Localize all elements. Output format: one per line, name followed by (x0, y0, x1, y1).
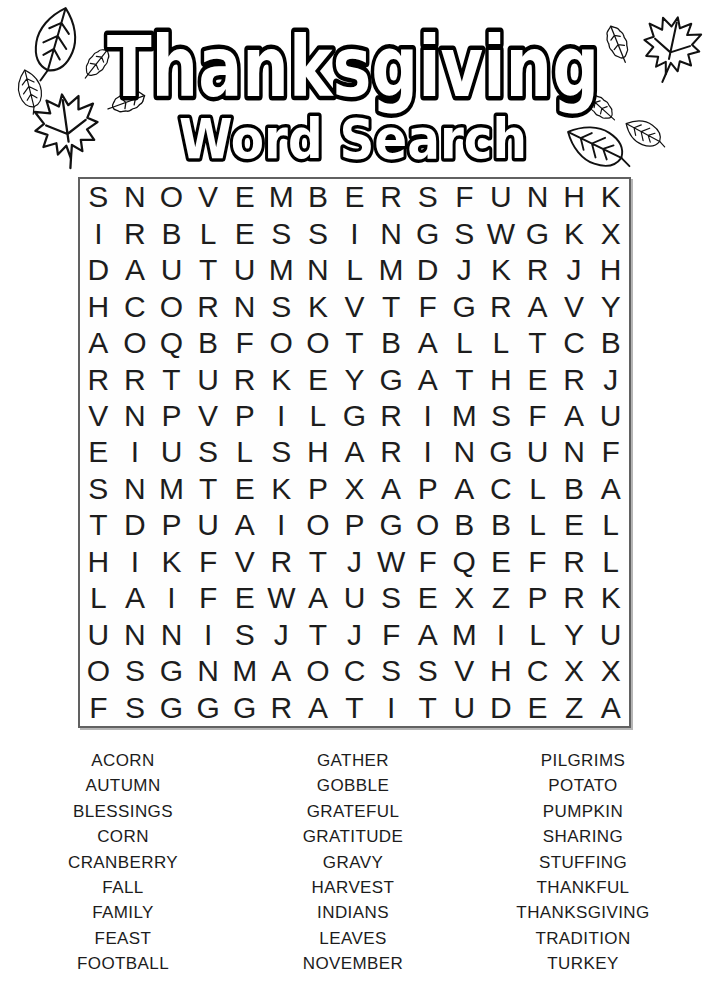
grid-cell-r6c12[interactable]: H (483, 361, 520, 397)
grid-cell-r2c14[interactable]: K (556, 215, 593, 251)
grid-cell-r3c11[interactable]: J (446, 252, 483, 288)
grid-cell-r14c1[interactable]: O (80, 653, 117, 689)
grid-cell-r7c10[interactable]: I (409, 398, 446, 434)
grid-cell-r5c7[interactable]: O (300, 325, 337, 361)
grid-cell-r6c5[interactable]: R (226, 361, 263, 397)
grid-cell-r9c14[interactable]: B (556, 471, 593, 507)
grid-cell-r1c6[interactable]: M (263, 179, 300, 215)
grid-cell-r13c2[interactable]: N (117, 617, 154, 653)
grid-cell-r1c4[interactable]: V (190, 179, 227, 215)
grid-cell-r13c10[interactable]: A (409, 617, 446, 653)
grid-cell-r13c4[interactable]: I (190, 617, 227, 653)
word-list-item: FALL (8, 875, 238, 900)
grid-cell-r10c12[interactable]: B (483, 507, 520, 543)
grid-cell-r4c8[interactable]: V (336, 288, 373, 324)
word-search-grid-frame: SNOVEMBERSFUNHKIRBLESSINGSWGKXDAUTUMNLMD… (78, 177, 631, 728)
grid-cell-r15c10[interactable]: T (409, 690, 446, 726)
grid-cell-r5c6[interactable]: O (263, 325, 300, 361)
grid-cell-r5c12[interactable]: L (483, 325, 520, 361)
grid-cell-r14c4[interactable]: N (190, 653, 227, 689)
word-list-item: THANKFUL (468, 875, 698, 900)
grid-cell-r13c15[interactable]: U (592, 617, 629, 653)
grid-cell-r1c11[interactable]: F (446, 179, 483, 215)
grid-cell-r2c5[interactable]: E (226, 215, 263, 251)
word-list: ACORNAUTUMNBLESSINGSCORNCRANBERRYFALLFAM… (8, 748, 698, 977)
grid-cell-r11c9[interactable]: W (373, 544, 410, 580)
grid-cell-r15c3[interactable]: G (153, 690, 190, 726)
grid-cell-r5c15[interactable]: B (592, 325, 629, 361)
grid-cell-r10c15[interactable]: L (592, 507, 629, 543)
grid-cell-r5c3[interactable]: Q (153, 325, 190, 361)
grid-cell-r6c1[interactable]: R (80, 361, 117, 397)
grid-cell-r4c14[interactable]: V (556, 288, 593, 324)
grid-cell-r10c7[interactable]: O (300, 507, 337, 543)
word-list-column-2: GATHERGOBBLEGRATEFULGRATITUDEGRAVYHARVES… (238, 748, 468, 977)
grid-cell-r13c5[interactable]: S (226, 617, 263, 653)
grid-cell-r11c6[interactable]: R (263, 544, 300, 580)
word-list-item: PILGRIMS (468, 748, 698, 773)
grid-cell-r9c13[interactable]: L (519, 471, 556, 507)
grid-cell-r3c14[interactable]: J (556, 252, 593, 288)
grid-cell-r9c10[interactable]: P (409, 471, 446, 507)
word-list-item: FEAST (8, 926, 238, 951)
grid-cell-r15c7[interactable]: A (300, 690, 337, 726)
grid-cell-r3c13[interactable]: R (519, 252, 556, 288)
grid-cell-r1c14[interactable]: H (556, 179, 593, 215)
grid-cell-r14c6[interactable]: A (263, 653, 300, 689)
grid-cell-r5c9[interactable]: B (373, 325, 410, 361)
grid-cell-r15c1[interactable]: F (80, 690, 117, 726)
grid-cell-r6c9[interactable]: G (373, 361, 410, 397)
grid-cell-r1c10[interactable]: S (409, 179, 446, 215)
grid-cell-r1c12[interactable]: U (483, 179, 520, 215)
grid-cell-r13c7[interactable]: T (300, 617, 337, 653)
grid-cell-r7c3[interactable]: P (153, 398, 190, 434)
grid-cell-r8c5[interactable]: L (226, 434, 263, 470)
grid-cell-r10c5[interactable]: A (226, 507, 263, 543)
grid-cell-r3c7[interactable]: N (300, 252, 337, 288)
word-list-item: PUMPKIN (468, 799, 698, 824)
grid-cell-r2c11[interactable]: S (446, 215, 483, 251)
grid-cell-r2c12[interactable]: W (483, 215, 520, 251)
grid-cell-r6c13[interactable]: E (519, 361, 556, 397)
grid-cell-r2c13[interactable]: G (519, 215, 556, 251)
grid-cell-r14c9[interactable]: S (373, 653, 410, 689)
grid-cell-r14c14[interactable]: X (556, 653, 593, 689)
grid-cell-r9c12[interactable]: C (483, 471, 520, 507)
grid-cell-r11c5[interactable]: V (226, 544, 263, 580)
grid-cell-r4c7[interactable]: K (300, 288, 337, 324)
word-list-column-3: PILGRIMSPOTATOPUMPKINSHARINGSTUFFINGTHAN… (468, 748, 698, 977)
grid-cell-r6c3[interactable]: T (153, 361, 190, 397)
grid-cell-r6c14[interactable]: R (556, 361, 593, 397)
grid-cell-r9c5[interactable]: E (226, 471, 263, 507)
grid-cell-r13c3[interactable]: N (153, 617, 190, 653)
grid-cell-r6c15[interactable]: J (592, 361, 629, 397)
grid-cell-r15c8[interactable]: T (336, 690, 373, 726)
grid-cell-r3c2[interactable]: A (117, 252, 154, 288)
grid-cell-r9c9[interactable]: A (373, 471, 410, 507)
word-list-item: GRAVY (238, 850, 468, 875)
grid-cell-r1c15[interactable]: K (592, 179, 629, 215)
grid-cell-r8c3[interactable]: U (153, 434, 190, 470)
grid-cell-r7c9[interactable]: R (373, 398, 410, 434)
grid-cell-r2c9[interactable]: N (373, 215, 410, 251)
grid-cell-r5c14[interactable]: C (556, 325, 593, 361)
grid-cell-r10c4[interactable]: U (190, 507, 227, 543)
grid-cell-r8c2[interactable]: I (117, 434, 154, 470)
grid-cell-r8c7[interactable]: H (300, 434, 337, 470)
word-list-item: ACORN (8, 748, 238, 773)
grid-cell-r11c13[interactable]: F (519, 544, 556, 580)
grid-cell-r4c2[interactable]: C (117, 288, 154, 324)
grid-cell-r1c3[interactable]: O (153, 179, 190, 215)
grid-cell-r8c12[interactable]: G (483, 434, 520, 470)
grid-cell-r7c8[interactable]: G (336, 398, 373, 434)
grid-cell-r14c8[interactable]: C (336, 653, 373, 689)
grid-cell-r12c10[interactable]: E (409, 580, 446, 616)
grid-cell-r1c7[interactable]: B (300, 179, 337, 215)
grid-cell-r12c1[interactable]: L (80, 580, 117, 616)
title-thanksgiving: Thanksgiving (107, 18, 599, 116)
grid-cell-r2c8[interactable]: I (336, 215, 373, 251)
grid-cell-r8c4[interactable]: S (190, 434, 227, 470)
worksheet-page: Thanksgiving Word Search SNOVEMBERSFUNHK… (0, 0, 707, 1000)
grid-cell-r1c8[interactable]: E (336, 179, 373, 215)
grid-cell-r6c2[interactable]: R (117, 361, 154, 397)
word-list-item: TRADITION (468, 926, 698, 951)
grid-cell-r14c2[interactable]: S (117, 653, 154, 689)
grid-cell-r6c4[interactable]: U (190, 361, 227, 397)
grid-cell-r4c5[interactable]: N (226, 288, 263, 324)
word-list-item: GRATEFUL (238, 799, 468, 824)
grid-cell-r2c7[interactable]: S (300, 215, 337, 251)
grid-cell-r2c3[interactable]: B (153, 215, 190, 251)
grid-cell-r7c6[interactable]: I (263, 398, 300, 434)
grid-cell-r8c14[interactable]: N (556, 434, 593, 470)
grid-cell-r3c8[interactable]: L (336, 252, 373, 288)
grid-cell-r7c4[interactable]: V (190, 398, 227, 434)
grid-cell-r10c1[interactable]: T (80, 507, 117, 543)
grid-cell-r9c11[interactable]: A (446, 471, 483, 507)
grid-cell-r9c4[interactable]: T (190, 471, 227, 507)
grid-cell-r12c2[interactable]: A (117, 580, 154, 616)
grid-cell-r15c9[interactable]: I (373, 690, 410, 726)
grid-cell-r1c1[interactable]: S (80, 179, 117, 215)
grid-cell-r8c10[interactable]: I (409, 434, 446, 470)
word-list-item: CORN (8, 824, 238, 849)
grid-cell-r8c1[interactable]: E (80, 434, 117, 470)
grid-cell-r12c6[interactable]: W (263, 580, 300, 616)
grid-cell-r3c15[interactable]: H (592, 252, 629, 288)
grid-cell-r7c2[interactable]: N (117, 398, 154, 434)
grid-cell-r11c8[interactable]: J (336, 544, 373, 580)
grid-cell-r12c13[interactable]: P (519, 580, 556, 616)
grid-cell-r11c4[interactable]: F (190, 544, 227, 580)
grid-cell-r2c1[interactable]: I (80, 215, 117, 251)
word-list-column-1: ACORNAUTUMNBLESSINGSCORNCRANBERRYFALLFAM… (8, 748, 238, 977)
grid-cell-r14c5[interactable]: M (226, 653, 263, 689)
grid-cell-r12c5[interactable]: E (226, 580, 263, 616)
grid-cell-r6c7[interactable]: E (300, 361, 337, 397)
grid-cell-r5c10[interactable]: A (409, 325, 446, 361)
grid-cell-r9c8[interactable]: X (336, 471, 373, 507)
grid-cell-r9c15[interactable]: A (592, 471, 629, 507)
word-list-item: GATHER (238, 748, 468, 773)
grid-cell-r13c12[interactable]: I (483, 617, 520, 653)
word-list-item: POTATO (468, 773, 698, 798)
word-search-grid: SNOVEMBERSFUNHKIRBLESSINGSWGKXDAUTUMNLMD… (80, 179, 629, 726)
grid-cell-r15c14[interactable]: Z (556, 690, 593, 726)
grid-cell-r4c9[interactable]: T (373, 288, 410, 324)
grid-cell-r9c2[interactable]: N (117, 471, 154, 507)
grid-cell-r5c2[interactable]: O (117, 325, 154, 361)
word-list-item: SHARING (468, 824, 698, 849)
grid-cell-r1c13[interactable]: N (519, 179, 556, 215)
grid-cell-r14c15[interactable]: X (592, 653, 629, 689)
grid-cell-r11c15[interactable]: L (592, 544, 629, 580)
grid-cell-r12c9[interactable]: S (373, 580, 410, 616)
grid-cell-r5c11[interactable]: L (446, 325, 483, 361)
grid-cell-r7c1[interactable]: V (80, 398, 117, 434)
grid-cell-r10c9[interactable]: G (373, 507, 410, 543)
grid-cell-r15c5[interactable]: G (226, 690, 263, 726)
grid-cell-r15c11[interactable]: U (446, 690, 483, 726)
grid-cell-r15c4[interactable]: G (190, 690, 227, 726)
grid-cell-r6c8[interactable]: Y (336, 361, 373, 397)
grid-cell-r4c12[interactable]: R (483, 288, 520, 324)
grid-cell-r11c14[interactable]: R (556, 544, 593, 580)
grid-cell-r8c11[interactable]: N (446, 434, 483, 470)
grid-cell-r10c6[interactable]: I (263, 507, 300, 543)
word-list-item: LEAVES (238, 926, 468, 951)
grid-cell-r10c11[interactable]: B (446, 507, 483, 543)
grid-cell-r6c11[interactable]: T (446, 361, 483, 397)
grid-cell-r11c1[interactable]: H (80, 544, 117, 580)
grid-cell-r4c15[interactable]: Y (592, 288, 629, 324)
grid-cell-r15c15[interactable]: A (592, 690, 629, 726)
grid-cell-r12c11[interactable]: X (446, 580, 483, 616)
word-list-item: CRANBERRY (8, 850, 238, 875)
grid-cell-r12c7[interactable]: A (300, 580, 337, 616)
grid-cell-r15c6[interactable]: R (263, 690, 300, 726)
word-list-item: FAMILY (8, 900, 238, 925)
grid-cell-r10c10[interactable]: O (409, 507, 446, 543)
grid-cell-r13c6[interactable]: J (263, 617, 300, 653)
grid-cell-r2c4[interactable]: L (190, 215, 227, 251)
grid-cell-r6c6[interactable]: K (263, 361, 300, 397)
grid-cell-r4c10[interactable]: F (409, 288, 446, 324)
grid-cell-r4c6[interactable]: S (263, 288, 300, 324)
grid-cell-r15c13[interactable]: E (519, 690, 556, 726)
word-list-item: GOBBLE (238, 773, 468, 798)
grid-cell-r3c9[interactable]: M (373, 252, 410, 288)
grid-cell-r15c2[interactable]: S (117, 690, 154, 726)
grid-cell-r4c3[interactable]: O (153, 288, 190, 324)
word-list-item: AUTUMN (8, 773, 238, 798)
grid-cell-r11c11[interactable]: Q (446, 544, 483, 580)
grid-cell-r6c10[interactable]: A (409, 361, 446, 397)
grid-cell-r8c15[interactable]: F (592, 434, 629, 470)
grid-cell-r7c11[interactable]: M (446, 398, 483, 434)
grid-cell-r2c15[interactable]: X (592, 215, 629, 251)
grid-cell-r7c12[interactable]: S (483, 398, 520, 434)
grid-cell-r14c11[interactable]: V (446, 653, 483, 689)
grid-cell-r4c4[interactable]: R (190, 288, 227, 324)
grid-cell-r4c13[interactable]: A (519, 288, 556, 324)
grid-cell-r7c13[interactable]: F (519, 398, 556, 434)
word-list-item: TURKEY (468, 951, 698, 976)
grid-cell-r4c11[interactable]: G (446, 288, 483, 324)
grid-cell-r9c3[interactable]: M (153, 471, 190, 507)
grid-cell-r2c10[interactable]: G (409, 215, 446, 251)
grid-cell-r14c7[interactable]: O (300, 653, 337, 689)
grid-cell-r1c5[interactable]: E (226, 179, 263, 215)
grid-cell-r3c5[interactable]: U (226, 252, 263, 288)
word-list-item: GRATITUDE (238, 824, 468, 849)
grid-cell-r7c5[interactable]: P (226, 398, 263, 434)
grid-cell-r2c6[interactable]: S (263, 215, 300, 251)
grid-cell-r13c13[interactable]: L (519, 617, 556, 653)
grid-cell-r12c8[interactable]: U (336, 580, 373, 616)
grid-cell-r13c8[interactable]: J (336, 617, 373, 653)
grid-cell-r3c10[interactable]: D (409, 252, 446, 288)
grid-cell-r12c12[interactable]: Z (483, 580, 520, 616)
grid-cell-r11c12[interactable]: E (483, 544, 520, 580)
grid-cell-r14c3[interactable]: G (153, 653, 190, 689)
grid-cell-r8c13[interactable]: U (519, 434, 556, 470)
grid-cell-r12c4[interactable]: F (190, 580, 227, 616)
grid-cell-r3c6[interactable]: M (263, 252, 300, 288)
grid-cell-r1c9[interactable]: R (373, 179, 410, 215)
grid-cell-r7c7[interactable]: L (300, 398, 337, 434)
grid-cell-r10c8[interactable]: P (336, 507, 373, 543)
grid-cell-r12c15[interactable]: K (592, 580, 629, 616)
grid-cell-r8c8[interactable]: A (336, 434, 373, 470)
grid-cell-r9c6[interactable]: K (263, 471, 300, 507)
grid-cell-r5c4[interactable]: B (190, 325, 227, 361)
header: Thanksgiving Word Search (0, 0, 707, 176)
title-word-search: Word Search (179, 106, 527, 171)
grid-cell-r3c12[interactable]: K (483, 252, 520, 288)
grid-cell-r5c5[interactable]: F (226, 325, 263, 361)
grid-cell-r10c3[interactable]: P (153, 507, 190, 543)
grid-cell-r4c1[interactable]: H (80, 288, 117, 324)
grid-cell-r14c10[interactable]: S (409, 653, 446, 689)
word-list-item: BLESSINGS (8, 799, 238, 824)
grid-cell-r9c7[interactable]: P (300, 471, 337, 507)
grid-cell-r7c14[interactable]: A (556, 398, 593, 434)
grid-cell-r1c2[interactable]: N (117, 179, 154, 215)
word-list-item: HARVEST (238, 875, 468, 900)
grid-cell-r13c1[interactable]: U (80, 617, 117, 653)
word-list-item: THANKSGIVING (468, 900, 698, 925)
grid-cell-r9c1[interactable]: S (80, 471, 117, 507)
grid-cell-r10c14[interactable]: E (556, 507, 593, 543)
grid-cell-r11c2[interactable]: I (117, 544, 154, 580)
grid-cell-r3c3[interactable]: U (153, 252, 190, 288)
grid-cell-r12c14[interactable]: R (556, 580, 593, 616)
grid-cell-r10c2[interactable]: D (117, 507, 154, 543)
grid-cell-r8c9[interactable]: R (373, 434, 410, 470)
grid-cell-r15c12[interactable]: D (483, 690, 520, 726)
grid-cell-r10c13[interactable]: L (519, 507, 556, 543)
word-list-item: STUFFING (468, 850, 698, 875)
word-list-item: INDIANS (238, 900, 468, 925)
grid-cell-r5c8[interactable]: T (336, 325, 373, 361)
grid-cell-r14c12[interactable]: H (483, 653, 520, 689)
grid-cell-r11c3[interactable]: K (153, 544, 190, 580)
grid-cell-r13c14[interactable]: Y (556, 617, 593, 653)
grid-cell-r12c3[interactable]: I (153, 580, 190, 616)
grid-cell-r5c1[interactable]: A (80, 325, 117, 361)
grid-cell-r8c6[interactable]: S (263, 434, 300, 470)
grid-cell-r11c7[interactable]: T (300, 544, 337, 580)
grid-cell-r7c15[interactable]: U (592, 398, 629, 434)
grid-cell-r13c9[interactable]: F (373, 617, 410, 653)
grid-cell-r3c1[interactable]: D (80, 252, 117, 288)
grid-cell-r14c13[interactable]: C (519, 653, 556, 689)
grid-cell-r11c10[interactable]: F (409, 544, 446, 580)
grid-cell-r2c2[interactable]: R (117, 215, 154, 251)
grid-cell-r3c4[interactable]: T (190, 252, 227, 288)
grid-cell-r13c11[interactable]: M (446, 617, 483, 653)
grid-cell-r5c13[interactable]: T (519, 325, 556, 361)
word-list-item: FOOTBALL (8, 951, 238, 976)
word-list-item: NOVEMBER (238, 951, 468, 976)
